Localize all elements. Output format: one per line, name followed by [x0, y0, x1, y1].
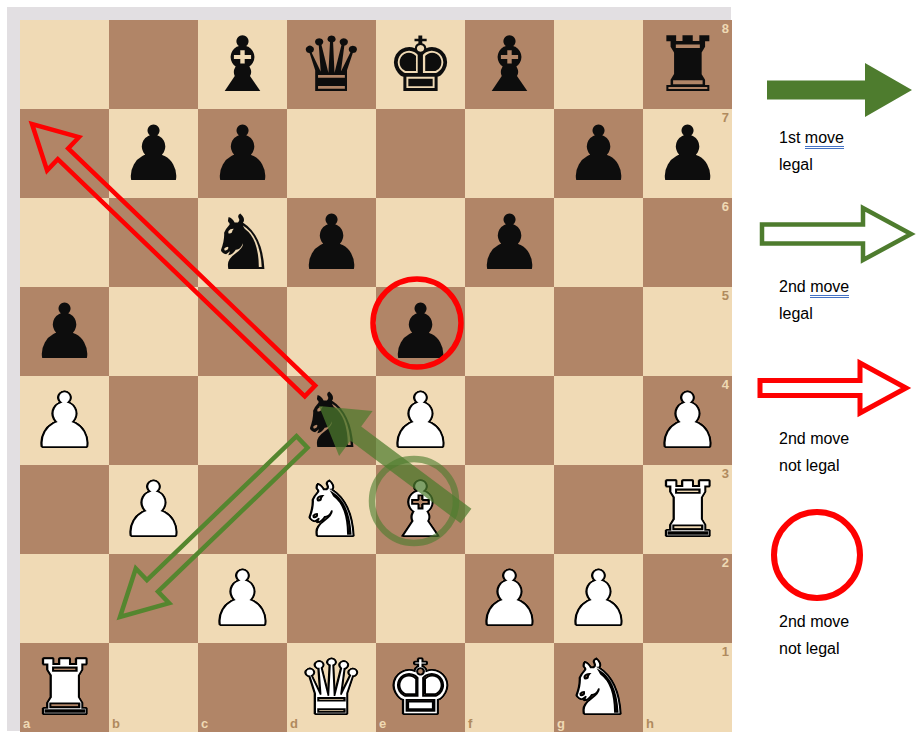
square-c1[interactable]: c — [198, 643, 287, 732]
square-f2[interactable]: ♟ — [465, 554, 554, 643]
square-h2[interactable]: 2 — [643, 554, 732, 643]
square-a2[interactable] — [20, 554, 109, 643]
square-a8[interactable] — [20, 20, 109, 109]
piece-black-king-e8[interactable]: ♚ — [376, 20, 465, 109]
square-f6[interactable]: ♟ — [465, 198, 554, 287]
square-b4[interactable] — [109, 376, 198, 465]
chess-board: ♝♛♚♝8♜♟♟♟7♟♞♟♟6♟♟5♟♞♟4♟♟♞♝3♜♟♟♟2a♜bcd♛e♚… — [20, 20, 732, 732]
piece-white-queen-d1[interactable]: ♛ — [287, 643, 376, 732]
square-f8[interactable]: ♝ — [465, 20, 554, 109]
square-b5[interactable] — [109, 287, 198, 376]
file-label-h: h — [646, 717, 654, 730]
square-d7[interactable] — [287, 109, 376, 198]
piece-black-knight-c6[interactable]: ♞ — [198, 198, 287, 287]
rank-label-2: 2 — [722, 556, 729, 569]
square-h8[interactable]: 8♜ — [643, 20, 732, 109]
square-e2[interactable] — [376, 554, 465, 643]
piece-black-pawn-d6[interactable]: ♟ — [287, 198, 376, 287]
piece-white-pawn-g2[interactable]: ♟ — [554, 554, 643, 643]
square-c3[interactable] — [198, 465, 287, 554]
square-b2[interactable] — [109, 554, 198, 643]
piece-white-pawn-c2[interactable]: ♟ — [198, 554, 287, 643]
grammar-underline: move — [810, 278, 849, 298]
square-f3[interactable] — [465, 465, 554, 554]
piece-white-knight-d3[interactable]: ♞ — [287, 465, 376, 554]
square-e6[interactable] — [376, 198, 465, 287]
square-a6[interactable] — [20, 198, 109, 287]
piece-black-pawn-f6[interactable]: ♟ — [465, 198, 554, 287]
square-h5[interactable]: 5 — [643, 287, 732, 376]
legend-second-move-illegal-arrow — [760, 363, 906, 413]
piece-black-pawn-b7[interactable]: ♟ — [109, 109, 198, 198]
square-a1[interactable]: a♜ — [20, 643, 109, 732]
piece-black-knight-d4[interactable]: ♞ — [287, 376, 376, 465]
square-g8[interactable] — [554, 20, 643, 109]
square-c8[interactable]: ♝ — [198, 20, 287, 109]
square-e3[interactable]: ♝ — [376, 465, 465, 554]
square-b6[interactable] — [109, 198, 198, 287]
square-c6[interactable]: ♞ — [198, 198, 287, 287]
piece-black-pawn-g7[interactable]: ♟ — [554, 109, 643, 198]
chess-board-frame: ♝♛♚♝8♜♟♟♟7♟♞♟♟6♟♟5♟♞♟4♟♟♞♝3♜♟♟♟2a♜bcd♛e♚… — [7, 7, 731, 731]
grammar-underline: move — [805, 129, 844, 149]
piece-black-pawn-c7[interactable]: ♟ — [198, 109, 287, 198]
square-h1[interactable]: 1h — [643, 643, 732, 732]
piece-black-rook-h8[interactable]: ♜ — [643, 20, 732, 109]
square-g4[interactable] — [554, 376, 643, 465]
file-label-c: c — [201, 717, 208, 730]
piece-white-rook-a1[interactable]: ♜ — [20, 643, 109, 732]
legend-first-move-arrow — [767, 63, 912, 117]
piece-black-pawn-a5[interactable]: ♟ — [20, 287, 109, 376]
piece-white-pawn-h4[interactable]: ♟ — [643, 376, 732, 465]
piece-black-pawn-h7[interactable]: ♟ — [643, 109, 732, 198]
square-h3[interactable]: 3♜ — [643, 465, 732, 554]
square-a4[interactable]: ♟ — [20, 376, 109, 465]
square-c2[interactable]: ♟ — [198, 554, 287, 643]
square-h6[interactable]: 6 — [643, 198, 732, 287]
square-g2[interactable]: ♟ — [554, 554, 643, 643]
square-g7[interactable]: ♟ — [554, 109, 643, 198]
square-e4[interactable]: ♟ — [376, 376, 465, 465]
square-d1[interactable]: d♛ — [287, 643, 376, 732]
legend-label-second-move-not-legal-arrow: 2nd move not legal — [779, 425, 909, 479]
square-g1[interactable]: g♞ — [554, 643, 643, 732]
square-b7[interactable]: ♟ — [109, 109, 198, 198]
square-f7[interactable] — [465, 109, 554, 198]
piece-white-pawn-f2[interactable]: ♟ — [465, 554, 554, 643]
file-label-b: b — [112, 717, 120, 730]
piece-white-pawn-b3[interactable]: ♟ — [109, 465, 198, 554]
square-d6[interactable]: ♟ — [287, 198, 376, 287]
square-c7[interactable]: ♟ — [198, 109, 287, 198]
square-h4[interactable]: 4♟ — [643, 376, 732, 465]
square-d2[interactable] — [287, 554, 376, 643]
piece-white-pawn-a4[interactable]: ♟ — [20, 376, 109, 465]
square-f1[interactable]: f — [465, 643, 554, 732]
piece-black-bishop-c8[interactable]: ♝ — [198, 20, 287, 109]
square-g6[interactable] — [554, 198, 643, 287]
square-f4[interactable] — [465, 376, 554, 465]
piece-black-queen-d8[interactable]: ♛ — [287, 20, 376, 109]
square-e5[interactable]: ♟ — [376, 287, 465, 376]
square-e7[interactable] — [376, 109, 465, 198]
piece-black-bishop-f8[interactable]: ♝ — [465, 20, 554, 109]
legend-second-move-legal-arrow — [762, 208, 911, 260]
legend-label-second-move-not-legal-circle: 2nd move not legal — [779, 608, 909, 662]
piece-black-pawn-e5[interactable]: ♟ — [376, 287, 465, 376]
square-b1[interactable]: b — [109, 643, 198, 732]
square-d3[interactable]: ♞ — [287, 465, 376, 554]
square-a5[interactable]: ♟ — [20, 287, 109, 376]
legend-label-first-move-legal: 1st move legal — [779, 124, 909, 178]
square-b8[interactable] — [109, 20, 198, 109]
square-a3[interactable] — [20, 465, 109, 554]
legend-label-second-move-legal: 2nd move legal — [779, 273, 909, 327]
piece-white-knight-g1[interactable]: ♞ — [554, 643, 643, 732]
square-f5[interactable] — [465, 287, 554, 376]
legend-illegal-circle — [774, 512, 860, 598]
file-label-f: f — [468, 717, 472, 730]
rank-label-1: 1 — [722, 645, 729, 658]
square-c5[interactable] — [198, 287, 287, 376]
piece-white-rook-h3[interactable]: ♜ — [643, 465, 732, 554]
square-b3[interactable]: ♟ — [109, 465, 198, 554]
square-d4[interactable]: ♞ — [287, 376, 376, 465]
page: { "game": "chess", "position": { "fen": … — [0, 0, 924, 737]
square-e8[interactable]: ♚ — [376, 20, 465, 109]
square-g5[interactable] — [554, 287, 643, 376]
square-e1[interactable]: e♚ — [376, 643, 465, 732]
rank-label-6: 6 — [722, 200, 729, 213]
square-d5[interactable] — [287, 287, 376, 376]
piece-white-bishop-e3[interactable]: ♝ — [376, 465, 465, 554]
square-h7[interactable]: 7♟ — [643, 109, 732, 198]
rank-label-5: 5 — [722, 289, 729, 302]
square-c4[interactable] — [198, 376, 287, 465]
piece-white-king-e1[interactable]: ♚ — [376, 643, 465, 732]
square-d8[interactable]: ♛ — [287, 20, 376, 109]
piece-white-pawn-e4[interactable]: ♟ — [376, 376, 465, 465]
square-g3[interactable] — [554, 465, 643, 554]
square-a7[interactable] — [20, 109, 109, 198]
